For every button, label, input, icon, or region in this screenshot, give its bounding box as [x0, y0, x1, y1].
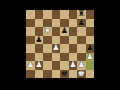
square-d8[interactable]	[52, 10, 61, 19]
square-a8[interactable]	[26, 10, 35, 19]
piece-black-rook[interactable]: ♜	[78, 10, 85, 18]
piece-white-rook[interactable]: ♜	[44, 27, 51, 35]
square-h2[interactable]	[86, 61, 95, 70]
square-d7[interactable]	[52, 19, 61, 28]
square-d5[interactable]	[52, 36, 61, 45]
square-e5[interactable]	[60, 36, 69, 45]
square-h5[interactable]	[86, 36, 95, 45]
square-g6[interactable]	[77, 27, 86, 36]
square-a2[interactable]: ♟	[26, 61, 35, 70]
square-b3[interactable]	[35, 53, 44, 62]
piece-white-pawn[interactable]: ♟	[35, 61, 42, 69]
piece-white-pawn[interactable]: ♟	[52, 44, 59, 52]
square-c2[interactable]	[43, 61, 52, 70]
piece-white-pawn[interactable]: ♟	[78, 61, 85, 69]
square-b6[interactable]	[35, 27, 44, 36]
square-c1[interactable]	[43, 70, 52, 79]
piece-black-pawn[interactable]: ♟	[78, 19, 85, 27]
square-b2[interactable]: ♟	[35, 61, 44, 70]
square-f8[interactable]	[69, 10, 78, 19]
piece-black-pawn[interactable]: ♟	[86, 44, 93, 52]
square-a5[interactable]	[26, 36, 35, 45]
square-b5[interactable]: ♟	[35, 36, 44, 45]
square-h1[interactable]	[86, 70, 95, 79]
square-g5[interactable]	[77, 36, 86, 45]
square-a4[interactable]	[26, 44, 35, 53]
piece-white-king[interactable]: ♚	[78, 70, 85, 78]
square-d3[interactable]	[52, 53, 61, 62]
piece-white-pawn[interactable]: ♟	[27, 61, 34, 69]
square-f3[interactable]	[69, 53, 78, 62]
square-f5[interactable]	[69, 36, 78, 45]
square-h4[interactable]: ♟	[86, 44, 95, 53]
square-g3[interactable]	[77, 53, 86, 62]
square-c6[interactable]: ♜	[43, 27, 52, 36]
piece-white-pawn[interactable]: ♟	[86, 53, 93, 61]
square-g2[interactable]: ♟	[77, 61, 86, 70]
square-b7[interactable]	[35, 19, 44, 28]
square-g4[interactable]	[77, 44, 86, 53]
square-e1[interactable]: ♚	[60, 70, 69, 79]
square-b1[interactable]	[35, 70, 44, 79]
piece-black-king[interactable]: ♚	[61, 70, 68, 78]
square-e3[interactable]	[60, 53, 69, 62]
square-c5[interactable]	[43, 36, 52, 45]
square-a6[interactable]	[26, 27, 35, 36]
square-a3[interactable]	[26, 53, 35, 62]
square-g7[interactable]: ♟	[77, 19, 86, 28]
square-b4[interactable]	[35, 44, 44, 53]
square-d6[interactable]	[52, 27, 61, 36]
square-d4[interactable]: ♟	[52, 44, 61, 53]
square-f4[interactable]	[69, 44, 78, 53]
piece-black-pawn[interactable]: ♟	[35, 36, 42, 44]
square-h7[interactable]	[86, 19, 95, 28]
square-a1[interactable]	[26, 70, 35, 79]
square-f2[interactable]: ♟	[69, 61, 78, 70]
square-f6[interactable]	[69, 27, 78, 36]
square-h3[interactable]: ♟	[86, 53, 95, 62]
square-g1[interactable]: ♚	[77, 70, 86, 79]
square-d2[interactable]	[52, 61, 61, 70]
square-b8[interactable]	[35, 10, 44, 19]
square-e8[interactable]	[60, 10, 69, 19]
chess-board: ♜♟♜♟♟♟♟♟♟♟♟♟♚♚	[26, 10, 94, 78]
square-a7[interactable]	[26, 19, 35, 28]
piece-white-pawn[interactable]: ♟	[69, 61, 76, 69]
square-f7[interactable]	[69, 19, 78, 28]
square-e4[interactable]	[60, 44, 69, 53]
square-f1[interactable]	[69, 70, 78, 79]
letterbox-frame: ♜♟♜♟♟♟♟♟♟♟♟♟♚♚	[0, 0, 120, 90]
square-h8[interactable]	[86, 10, 95, 19]
square-e7[interactable]	[60, 19, 69, 28]
square-d1[interactable]	[52, 70, 61, 79]
square-g8[interactable]: ♜	[77, 10, 86, 19]
square-c3[interactable]	[43, 53, 52, 62]
square-e2[interactable]	[60, 61, 69, 70]
square-c7[interactable]	[43, 19, 52, 28]
piece-black-pawn[interactable]: ♟	[61, 27, 68, 35]
square-e6[interactable]: ♟	[60, 27, 69, 36]
square-c4[interactable]	[43, 44, 52, 53]
square-c8[interactable]	[43, 10, 52, 19]
square-h6[interactable]	[86, 27, 95, 36]
